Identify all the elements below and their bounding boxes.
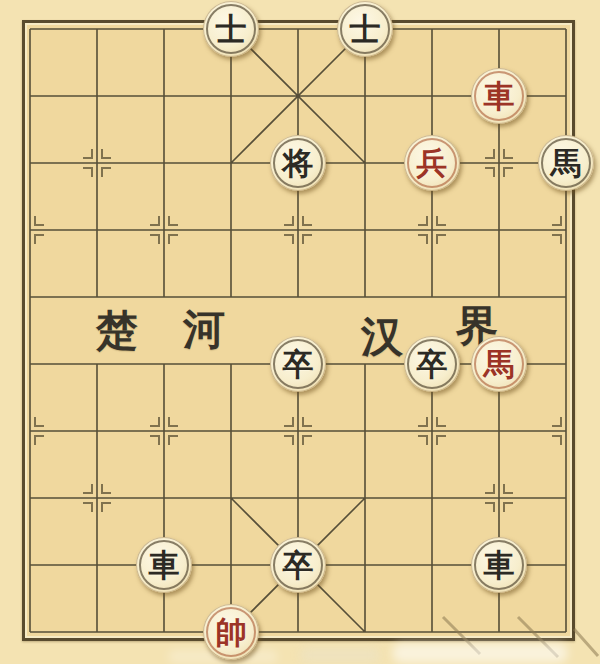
- piece-glyph: 車: [484, 550, 515, 581]
- piece-black-soldier-e2[interactable]: 卒: [270, 537, 326, 593]
- piece-black-chariot-h2[interactable]: 車: [471, 537, 527, 593]
- piece-red-soldier-g8[interactable]: 兵: [404, 135, 460, 191]
- xiangqi-board[interactable]: 楚 河 汉 界 士士車将兵馬卒卒馬車卒車帥: [0, 0, 600, 664]
- river-label-chu: 楚: [96, 310, 138, 352]
- piece-glyph: 卒: [417, 349, 448, 380]
- blurred-watermark: [392, 643, 568, 663]
- piece-glyph: 馬: [551, 148, 582, 179]
- piece-black-advisor-d10[interactable]: 士: [203, 1, 259, 57]
- piece-red-chariot-h9[interactable]: 車: [471, 68, 527, 124]
- piece-black-horse-i8[interactable]: 馬: [538, 135, 594, 191]
- blurred-watermark: [300, 648, 380, 662]
- piece-glyph: 士: [350, 14, 381, 45]
- piece-glyph: 卒: [283, 550, 314, 581]
- piece-black-soldier-g5[interactable]: 卒: [404, 336, 460, 392]
- river-label-he: 河: [183, 309, 225, 351]
- piece-glyph: 将: [283, 148, 314, 179]
- piece-glyph: 帥: [216, 617, 247, 648]
- piece-red-horse-h5[interactable]: 馬: [471, 336, 527, 392]
- piece-black-general-e8[interactable]: 将: [270, 135, 326, 191]
- piece-glyph: 馬: [484, 349, 515, 380]
- piece-black-advisor-f10[interactable]: 士: [337, 1, 393, 57]
- piece-red-general-d1[interactable]: 帥: [203, 604, 259, 660]
- piece-glyph: 士: [216, 14, 247, 45]
- piece-black-chariot-c2[interactable]: 車: [136, 537, 192, 593]
- river-label-han: 汉: [361, 316, 403, 358]
- piece-glyph: 車: [149, 550, 180, 581]
- piece-black-soldier-e5[interactable]: 卒: [270, 336, 326, 392]
- piece-glyph: 卒: [283, 349, 314, 380]
- piece-glyph: 兵: [417, 148, 448, 179]
- piece-glyph: 車: [484, 81, 515, 112]
